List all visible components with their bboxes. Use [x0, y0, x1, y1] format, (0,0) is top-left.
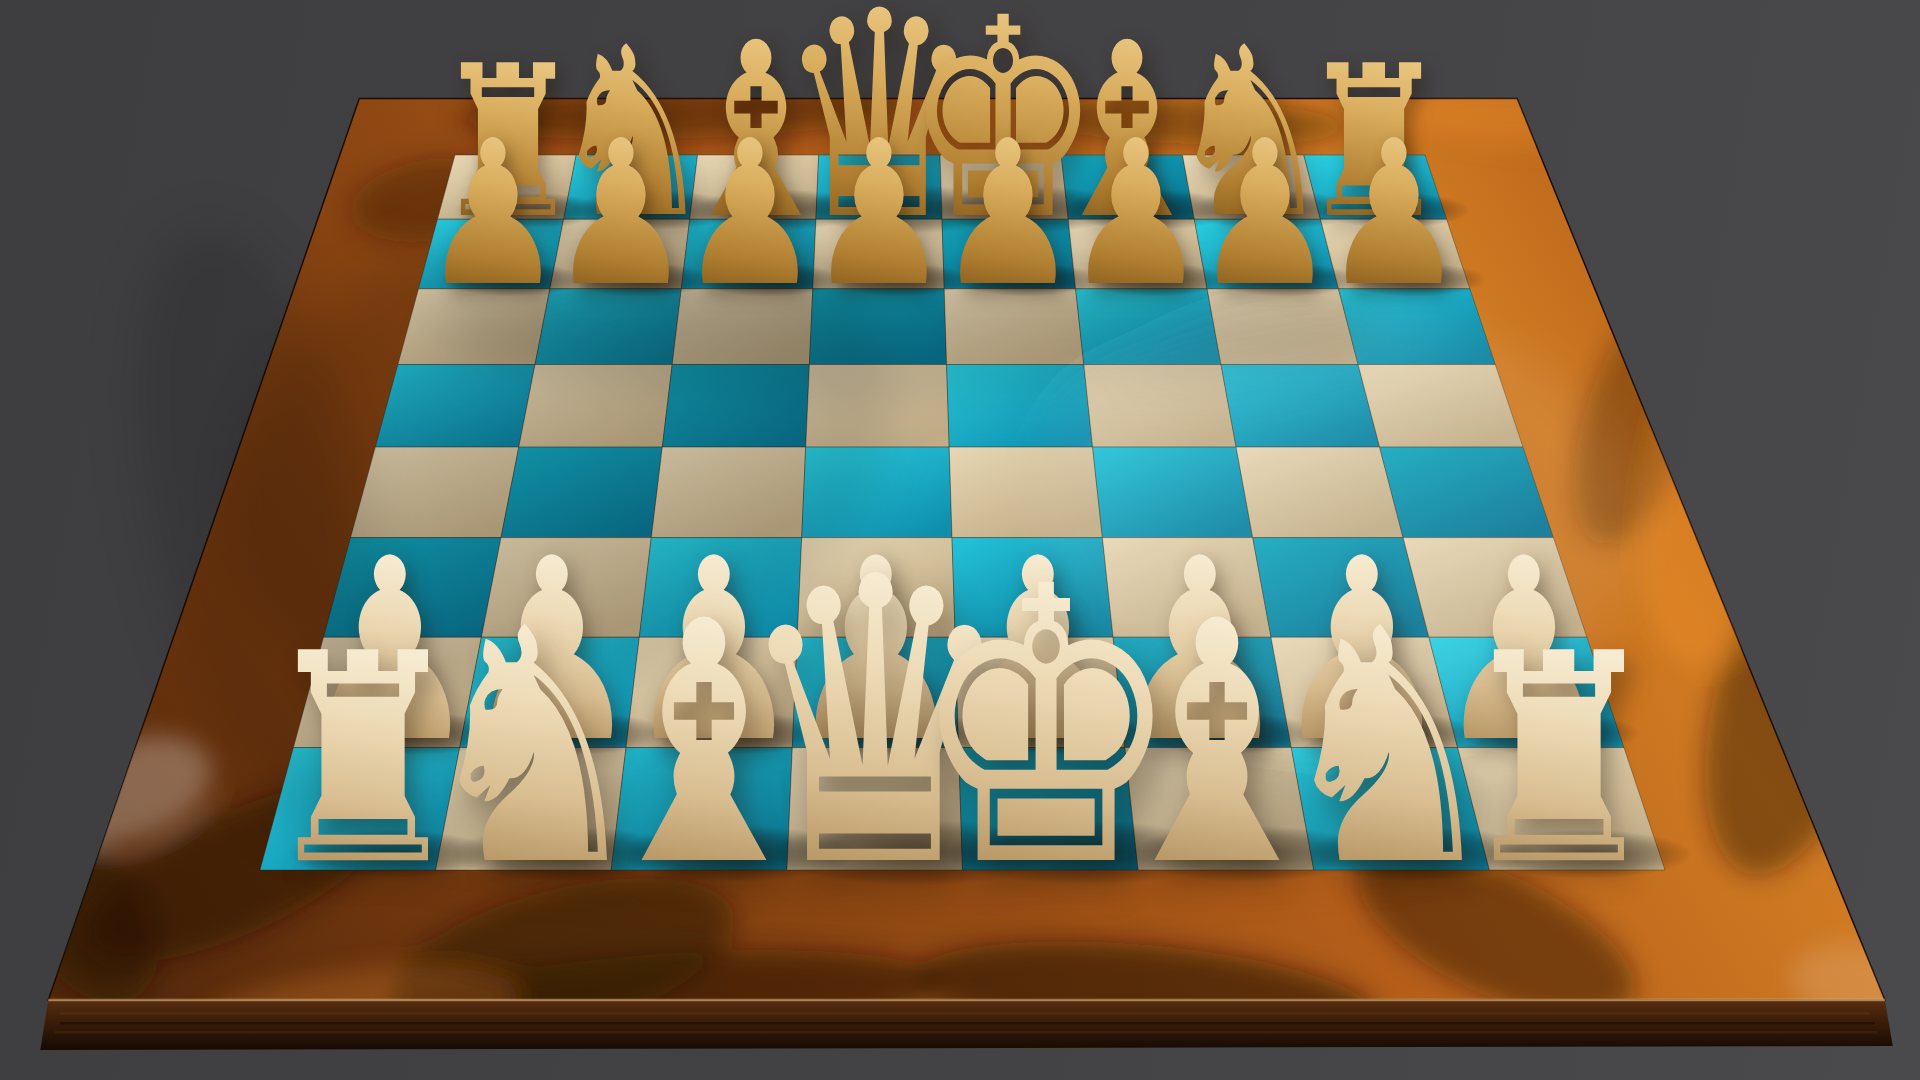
- piece-black-pawn[interactable]: ♟: [1322, 115, 1465, 315]
- piece-black-pawn[interactable]: ♟: [421, 115, 564, 315]
- piece-black-pawn[interactable]: ♟: [1065, 115, 1208, 315]
- piece-black-pawn[interactable]: ♟: [550, 115, 693, 315]
- piece-black-pawn[interactable]: ♟: [678, 115, 821, 315]
- piece-white-rook[interactable]: ♜: [1455, 616, 1662, 905]
- board-front-edge: [40, 1000, 1893, 1050]
- chess-scene: ♜♞♝♛♚♝♞♜♟♟♟♟♟♟♟♟♟♟♟♟♟♟♟♟♜♞♝♛♚♝♞♜: [0, 0, 1920, 1080]
- piece-black-pawn[interactable]: ♟: [807, 115, 950, 315]
- piece-black-pawn[interactable]: ♟: [936, 115, 1079, 315]
- piece-black-pawn[interactable]: ♟: [1193, 115, 1336, 315]
